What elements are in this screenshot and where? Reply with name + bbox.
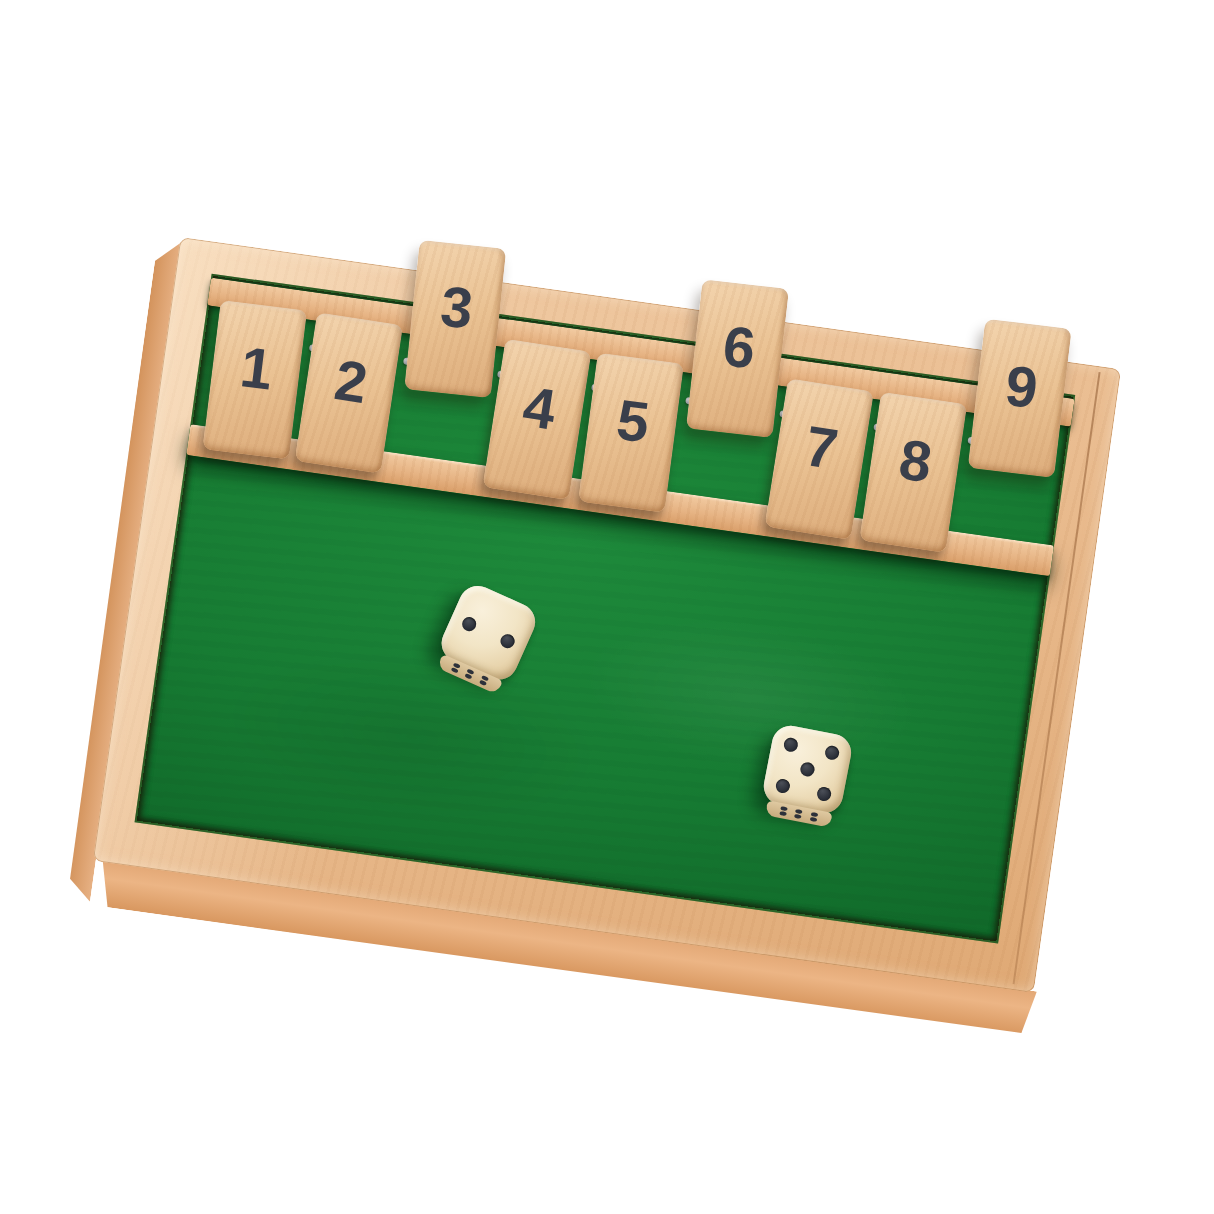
shut-the-box-board: 123456789 [93,237,1121,993]
tile-3[interactable]: 3 [404,240,506,398]
tile-number-label: 6 [720,312,758,381]
die-side-pip [780,806,788,811]
tile-5[interactable]: 5 [578,353,684,513]
tile-number-label: 7 [801,412,842,482]
tile-number-label: 4 [519,373,559,443]
tile-1[interactable]: 1 [203,300,308,459]
photo-background: 123456789 [0,0,1214,1214]
die-side-pip [809,817,817,822]
die-pip [816,785,832,801]
tile-4[interactable]: 4 [483,339,592,501]
tile-number-label: 8 [895,426,935,496]
die-side-pip [779,811,787,816]
die-side-pip [811,812,819,817]
die-pip [823,745,839,761]
die-top-face [771,733,844,806]
tile-number-label: 2 [331,346,371,416]
tile-8[interactable]: 8 [859,392,967,553]
tiles-row: 123456789 [93,237,1121,993]
tile-2[interactable]: 2 [295,312,403,473]
die-pip [783,737,799,753]
tile-number-label: 1 [237,333,276,402]
die-pip [775,778,791,794]
tile-7[interactable]: 7 [765,378,874,540]
die-pip [799,761,815,777]
tile-6[interactable]: 6 [686,279,789,438]
die-side-pip [794,814,802,819]
die-side-pip [795,809,803,814]
die-pip [460,615,478,633]
die-side-pip [465,673,473,680]
die-2[interactable] [761,723,855,817]
tile-number-label: 3 [438,273,475,342]
tile-9[interactable]: 9 [968,319,1072,478]
die-pip [498,632,516,650]
tile-number-label: 5 [613,386,652,455]
tile-number-label: 9 [1002,352,1040,421]
die-face-cell [812,782,836,806]
